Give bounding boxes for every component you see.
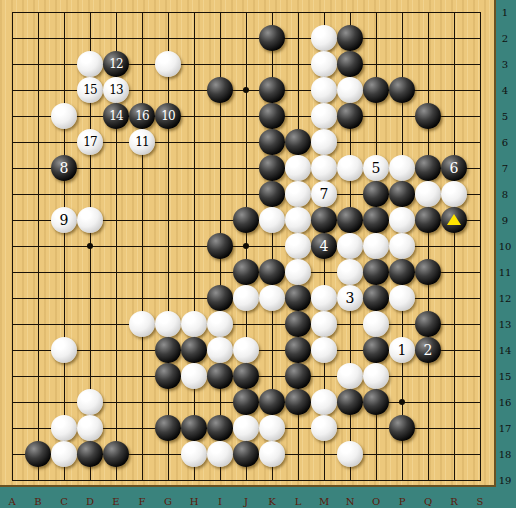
- move-number: 10: [161, 110, 174, 122]
- go-stone-white[interactable]: [259, 441, 285, 467]
- row-label: 18: [499, 449, 512, 460]
- go-board[interactable]: 1215131416101711856794312: [0, 0, 496, 487]
- go-stone-black[interactable]: [285, 363, 311, 389]
- go-stone-white[interactable]: [311, 129, 337, 155]
- go-stone-black[interactable]: [233, 207, 259, 233]
- row-label: 10: [499, 241, 512, 252]
- go-stone-white[interactable]: [259, 285, 285, 311]
- go-stone-white[interactable]: [389, 155, 415, 181]
- go-stone-black[interactable]: [77, 441, 103, 467]
- go-stone-white[interactable]: [337, 155, 363, 181]
- row-label: 13: [499, 319, 512, 330]
- go-stone-black[interactable]: [363, 77, 389, 103]
- go-stone-black[interactable]: [389, 415, 415, 441]
- star-point: [87, 243, 93, 249]
- row-label: 7: [502, 163, 508, 174]
- go-stone-black[interactable]: [207, 233, 233, 259]
- column-label: P: [399, 496, 406, 507]
- go-stone-black[interactable]: [207, 285, 233, 311]
- go-stone-black[interactable]: [285, 389, 311, 415]
- column-label: O: [372, 496, 380, 507]
- go-stone-white[interactable]: [181, 363, 207, 389]
- row-label: 9: [502, 215, 508, 226]
- go-stone-white[interactable]: [77, 207, 103, 233]
- go-stone-black[interactable]: 2: [415, 337, 441, 363]
- column-label: B: [34, 496, 41, 507]
- go-stone-black[interactable]: [363, 181, 389, 207]
- go-stone-black[interactable]: [259, 103, 285, 129]
- move-number: 4: [320, 239, 329, 253]
- go-stone-black[interactable]: [337, 389, 363, 415]
- column-label: H: [190, 496, 199, 507]
- star-point: [243, 243, 249, 249]
- move-number: 8: [60, 161, 69, 175]
- go-stone-black[interactable]: 14: [103, 103, 129, 129]
- go-stone-white[interactable]: [415, 181, 441, 207]
- go-stone-black[interactable]: [233, 389, 259, 415]
- go-stone-white[interactable]: [311, 311, 337, 337]
- go-stone-black[interactable]: [363, 285, 389, 311]
- go-stone-white[interactable]: [311, 25, 337, 51]
- row-label: 14: [499, 345, 512, 356]
- move-number: 17: [83, 136, 96, 148]
- go-stone-black[interactable]: [181, 415, 207, 441]
- go-stone-black[interactable]: [155, 363, 181, 389]
- go-stone-black[interactable]: [389, 181, 415, 207]
- row-label: 2: [502, 33, 508, 44]
- go-stone-white[interactable]: [285, 259, 311, 285]
- go-stone-black[interactable]: 6: [441, 155, 467, 181]
- go-stone-white[interactable]: [311, 155, 337, 181]
- go-stone-white[interactable]: [285, 155, 311, 181]
- move-number: 16: [135, 110, 148, 122]
- go-stone-white[interactable]: 13: [103, 77, 129, 103]
- go-stone-white[interactable]: [233, 415, 259, 441]
- go-stone-black[interactable]: [103, 441, 129, 467]
- star-point: [399, 399, 405, 405]
- go-stone-white[interactable]: [181, 441, 207, 467]
- go-stone-white[interactable]: [311, 51, 337, 77]
- go-stone-white[interactable]: [311, 389, 337, 415]
- go-stone-black[interactable]: [207, 415, 233, 441]
- go-stone-white[interactable]: [311, 77, 337, 103]
- go-stone-black[interactable]: [259, 77, 285, 103]
- go-stone-black[interactable]: [259, 389, 285, 415]
- go-stone-black[interactable]: [415, 155, 441, 181]
- go-stone-black[interactable]: [337, 25, 363, 51]
- go-stone-black[interactable]: [337, 207, 363, 233]
- column-label: L: [295, 496, 302, 507]
- go-stone-white[interactable]: [207, 441, 233, 467]
- go-stone-black[interactable]: [389, 259, 415, 285]
- go-stone-white[interactable]: [51, 337, 77, 363]
- row-label: 6: [502, 137, 508, 148]
- move-number: 14: [109, 110, 122, 122]
- move-number: 5: [372, 161, 381, 175]
- go-stone-black[interactable]: [389, 77, 415, 103]
- go-stone-black[interactable]: [415, 207, 441, 233]
- go-stone-white[interactable]: [51, 441, 77, 467]
- go-stone-white[interactable]: [155, 311, 181, 337]
- go-stone-black[interactable]: [285, 337, 311, 363]
- star-point: [243, 87, 249, 93]
- go-stone-black[interactable]: [25, 441, 51, 467]
- column-label: C: [60, 496, 68, 507]
- go-stone-black[interactable]: [155, 337, 181, 363]
- column-label: K: [268, 496, 275, 507]
- go-stone-white[interactable]: [311, 285, 337, 311]
- go-stone-white[interactable]: 3: [337, 285, 363, 311]
- go-stone-black[interactable]: [259, 259, 285, 285]
- row-label: 1: [502, 7, 508, 18]
- row-label: 17: [499, 423, 512, 434]
- column-label: A: [8, 496, 15, 507]
- go-stone-white[interactable]: [207, 311, 233, 337]
- go-stone-black[interactable]: 16: [129, 103, 155, 129]
- column-label: J: [244, 496, 248, 507]
- column-label: M: [319, 496, 329, 507]
- go-stone-white[interactable]: [337, 259, 363, 285]
- go-stone-white[interactable]: 15: [77, 77, 103, 103]
- go-stone-black[interactable]: 12: [103, 51, 129, 77]
- go-stone-black[interactable]: 10: [155, 103, 181, 129]
- go-stone-white[interactable]: 5: [363, 155, 389, 181]
- column-label: N: [346, 496, 355, 507]
- go-stone-white[interactable]: [77, 51, 103, 77]
- go-stone-black[interactable]: [181, 337, 207, 363]
- go-stone-black[interactable]: [415, 259, 441, 285]
- go-stone-white[interactable]: [337, 363, 363, 389]
- go-stone-white[interactable]: [181, 311, 207, 337]
- go-stone-black[interactable]: [363, 337, 389, 363]
- go-stone-white[interactable]: [51, 415, 77, 441]
- move-number: 15: [83, 84, 96, 96]
- go-stone-black[interactable]: [415, 103, 441, 129]
- go-stone-white[interactable]: [389, 285, 415, 311]
- go-stone-white[interactable]: [155, 51, 181, 77]
- go-stone-white[interactable]: [337, 77, 363, 103]
- column-label: I: [218, 496, 222, 507]
- go-stone-white[interactable]: 9: [51, 207, 77, 233]
- go-stone-white[interactable]: [363, 233, 389, 259]
- row-label: 15: [499, 371, 512, 382]
- go-stone-black[interactable]: [363, 207, 389, 233]
- go-stone-white[interactable]: [77, 389, 103, 415]
- go-stone-white[interactable]: [441, 181, 467, 207]
- go-stone-white[interactable]: [233, 337, 259, 363]
- row-label: 3: [502, 59, 508, 70]
- row-label: 12: [499, 293, 512, 304]
- go-stone-white[interactable]: [259, 207, 285, 233]
- go-stone-white[interactable]: [129, 311, 155, 337]
- column-label: G: [164, 496, 172, 507]
- row-label: 11: [499, 267, 512, 278]
- go-stone-black[interactable]: [259, 25, 285, 51]
- go-stone-white[interactable]: [337, 233, 363, 259]
- go-stone-white[interactable]: [337, 441, 363, 467]
- go-stone-black[interactable]: [285, 285, 311, 311]
- go-stone-black[interactable]: [207, 363, 233, 389]
- go-stone-black[interactable]: [259, 155, 285, 181]
- column-label: S: [477, 496, 484, 507]
- go-stone-white[interactable]: [363, 311, 389, 337]
- row-label: 19: [499, 475, 512, 486]
- go-stone-white[interactable]: [233, 285, 259, 311]
- move-number: 9: [60, 213, 69, 227]
- go-stone-black[interactable]: [233, 441, 259, 467]
- go-stone-black[interactable]: [285, 311, 311, 337]
- go-stone-white[interactable]: [363, 363, 389, 389]
- go-stone-black[interactable]: [311, 207, 337, 233]
- last-move-triangle-marker: [447, 214, 461, 225]
- move-number: 1: [398, 343, 407, 357]
- go-stone-black[interactable]: 8: [51, 155, 77, 181]
- move-number: 7: [320, 187, 329, 201]
- move-number: 11: [135, 136, 148, 148]
- go-stone-white[interactable]: [51, 103, 77, 129]
- go-stone-white[interactable]: 11: [129, 129, 155, 155]
- go-stone-white[interactable]: [311, 415, 337, 441]
- move-number: 2: [424, 343, 433, 357]
- row-label: 5: [502, 111, 508, 122]
- move-number: 12: [109, 58, 122, 70]
- go-app-window: 1215131416101711856794312 ABCDEFGHIJKLMN…: [0, 0, 516, 508]
- column-label: E: [112, 496, 119, 507]
- go-stone-white[interactable]: [311, 103, 337, 129]
- go-stone-white[interactable]: [311, 337, 337, 363]
- go-stone-white[interactable]: 17: [77, 129, 103, 155]
- go-stone-black[interactable]: 4: [311, 233, 337, 259]
- go-stone-black[interactable]: [207, 77, 233, 103]
- go-stone-black[interactable]: [259, 129, 285, 155]
- column-label: D: [86, 496, 94, 507]
- go-stone-black[interactable]: [337, 103, 363, 129]
- go-stone-black[interactable]: [259, 181, 285, 207]
- go-stone-black[interactable]: [415, 311, 441, 337]
- row-label: 16: [499, 397, 512, 408]
- go-stone-black[interactable]: [337, 51, 363, 77]
- column-label: R: [450, 496, 458, 507]
- move-number: 13: [109, 84, 122, 96]
- go-stone-white[interactable]: [285, 233, 311, 259]
- go-stone-white[interactable]: [207, 337, 233, 363]
- column-label: F: [139, 496, 146, 507]
- go-stone-white[interactable]: [389, 233, 415, 259]
- go-stone-white[interactable]: [285, 181, 311, 207]
- go-stone-black[interactable]: [363, 259, 389, 285]
- go-stone-black[interactable]: [233, 259, 259, 285]
- go-stone-black[interactable]: [285, 129, 311, 155]
- row-label: 8: [502, 189, 508, 200]
- row-label: 4: [502, 85, 508, 96]
- go-stone-white[interactable]: [259, 415, 285, 441]
- go-stone-white[interactable]: [389, 207, 415, 233]
- go-stone-black[interactable]: [233, 363, 259, 389]
- column-label: Q: [424, 496, 432, 507]
- move-number: 6: [450, 161, 459, 175]
- go-stone-white[interactable]: 7: [311, 181, 337, 207]
- go-stone-white[interactable]: [77, 415, 103, 441]
- go-stone-white[interactable]: 1: [389, 337, 415, 363]
- go-stone-black[interactable]: [155, 415, 181, 441]
- move-number: 3: [346, 291, 355, 305]
- go-stone-white[interactable]: [285, 207, 311, 233]
- go-stone-black[interactable]: [441, 207, 467, 233]
- go-stone-black[interactable]: [363, 389, 389, 415]
